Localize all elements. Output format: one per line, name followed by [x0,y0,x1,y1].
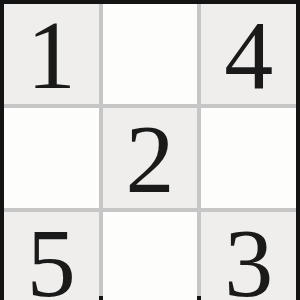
sudoku-cell-r1c3: 4 [201,4,296,104]
sudoku-cell-r2c1[interactable] [4,108,99,208]
sudoku-cell-r2c2: 2 [103,108,198,208]
sudoku-cell-r1c2[interactable] [103,4,198,104]
sudoku-cell-r2c3[interactable] [201,108,296,208]
sudoku-cell-r3c2[interactable] [103,212,198,300]
sudoku-board: 1 4 2 5 3 [0,0,300,300]
sudoku-cell-r1c1: 1 [4,4,99,104]
sudoku-cell-r3c1: 5 [4,212,99,300]
sudoku-cell-r3c3: 3 [201,212,296,300]
